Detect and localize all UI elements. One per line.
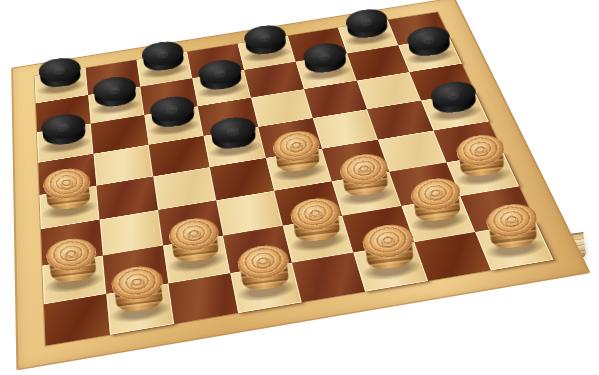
checker-dark-e1[interactable]: ⛂ [243,23,288,56]
square-d5[interactable] [210,158,274,200]
checker-light-b8[interactable]: ⛀ [109,264,166,314]
square-e5[interactable]: ⛀ [266,149,332,191]
checker-dark-c1[interactable]: ⛂ [140,40,185,73]
checker-dark-b2[interactable]: ⛂ [91,75,137,109]
checker-dark-h2[interactable]: ⛂ [406,25,452,59]
checker-light-c7[interactable]: ⛀ [167,216,222,264]
square-c8[interactable] [169,273,239,324]
checker-dark-g1[interactable]: ⛂ [344,7,389,40]
square-b8[interactable]: ⛀ [106,284,174,335]
checker-light-a5[interactable]: ⛀ [41,166,93,211]
checker-light-e7[interactable]: ⛀ [288,196,342,244]
square-a8[interactable] [44,294,110,346]
square-h8[interactable]: ⛀ [475,222,553,270]
checker-light-a7[interactable]: ⛀ [44,236,99,284]
checker-dark-a3[interactable]: ⛂ [39,112,87,147]
checker-dark-d4[interactable]: ⛂ [208,115,257,151]
checker-dark-h4[interactable]: ⛂ [429,79,477,115]
square-c3[interactable]: ⛂ [144,106,203,145]
checker-light-h8[interactable]: ⛀ [484,202,540,251]
checker-light-f8[interactable]: ⛀ [360,222,416,271]
checker-dark-c3[interactable]: ⛂ [148,94,196,129]
checker-dark-d2[interactable]: ⛂ [197,58,243,92]
checker-dark-f2[interactable]: ⛂ [302,41,348,75]
square-d8[interactable]: ⛀ [230,263,301,313]
checker-light-h6[interactable]: ⛀ [454,133,506,179]
checkers-grid: ⛂⛂⛂⛂⛂⛂⛂⛂⛂⛂⛂⛂⛀⛀⛀⛀⛀⛀⛀⛀⛀⛀⛀⛀ [35,12,554,346]
checker-light-g7[interactable]: ⛀ [409,176,463,224]
checker-light-d8[interactable]: ⛀ [235,243,291,292]
photo-stage: ⛂⛂⛂⛂⛂⛂⛂⛂⛂⛂⛂⛂⛀⛀⛀⛀⛀⛀⛀⛀⛀⛀⛀⛀ [0,0,599,375]
checker-light-e5[interactable]: ⛀ [271,129,322,174]
square-c4[interactable] [149,136,210,177]
checkers-board-frame: ⛂⛂⛂⛂⛂⛂⛂⛂⛂⛂⛂⛂⛀⛀⛀⛀⛀⛀⛀⛀⛀⛀⛀⛀ [11,0,591,371]
checker-light-f6[interactable]: ⛀ [338,152,391,198]
square-e8[interactable] [292,253,365,303]
square-f3[interactable] [304,81,367,119]
checker-dark-a1[interactable]: ⛂ [37,56,82,89]
board-tilt-wrapper: ⛂⛂⛂⛂⛂⛂⛂⛂⛂⛂⛂⛂⛀⛀⛀⛀⛀⛀⛀⛀⛀⛀⛀⛀ [0,0,549,375]
square-h2[interactable]: ⛂ [398,37,461,72]
square-f4[interactable] [313,109,378,148]
